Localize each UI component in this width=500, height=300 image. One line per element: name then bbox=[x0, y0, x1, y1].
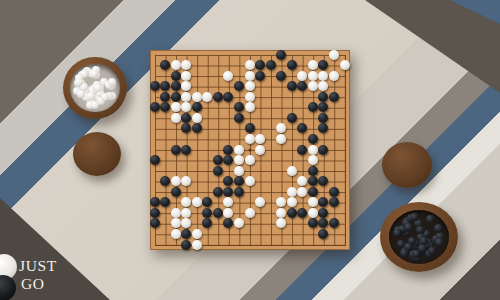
stone-white bbox=[255, 134, 265, 144]
stone-white bbox=[223, 71, 233, 81]
stone-white bbox=[308, 81, 318, 91]
stone-white bbox=[318, 71, 328, 81]
stone-black bbox=[213, 166, 223, 176]
stone-white bbox=[329, 71, 339, 81]
board-grid bbox=[155, 55, 346, 246]
stone-black bbox=[171, 92, 181, 102]
stone-black bbox=[160, 92, 170, 102]
logo-text-just: JUST bbox=[19, 258, 57, 274]
bowl-stone-black bbox=[434, 224, 443, 233]
white-stone-bowl-stones bbox=[70, 64, 120, 112]
bowl-stone-black bbox=[426, 215, 435, 224]
stone-black bbox=[223, 155, 233, 165]
stone-black bbox=[287, 208, 297, 218]
scene: JUST GO bbox=[0, 0, 500, 300]
stone-black bbox=[223, 218, 233, 228]
stone-black bbox=[308, 102, 318, 112]
stone-black bbox=[234, 176, 244, 186]
stone-black bbox=[308, 134, 318, 144]
go-board[interactable] bbox=[150, 50, 350, 250]
stone-black bbox=[318, 208, 328, 218]
stone-white bbox=[202, 92, 212, 102]
stone-black bbox=[297, 145, 307, 155]
stone-black bbox=[234, 102, 244, 112]
stone-white bbox=[192, 113, 202, 123]
stone-white bbox=[171, 113, 181, 123]
stone-black bbox=[160, 60, 170, 70]
stone-white bbox=[171, 60, 181, 70]
stone-white bbox=[245, 208, 255, 218]
stone-black bbox=[308, 187, 318, 197]
bowl-stone-black bbox=[416, 226, 425, 235]
stone-white bbox=[287, 166, 297, 176]
stone-black bbox=[234, 187, 244, 197]
stone-black bbox=[181, 229, 191, 239]
stone-black bbox=[329, 197, 339, 207]
stone-black bbox=[318, 145, 328, 155]
stone-white bbox=[181, 176, 191, 186]
stone-white bbox=[171, 208, 181, 218]
stone-white bbox=[276, 218, 286, 228]
stone-black bbox=[318, 60, 328, 70]
stone-white bbox=[223, 208, 233, 218]
bowl-stone-black bbox=[393, 229, 402, 238]
logo-text-go: GO bbox=[21, 276, 45, 292]
stone-black bbox=[318, 176, 328, 186]
bowl-stone-white bbox=[75, 78, 83, 86]
stone-black bbox=[297, 81, 307, 91]
stone-black bbox=[329, 92, 339, 102]
stone-black bbox=[276, 50, 286, 60]
logo: JUST GO bbox=[0, 248, 90, 300]
stone-black bbox=[308, 166, 318, 176]
bowl-stone-black bbox=[404, 223, 413, 232]
stone-black bbox=[171, 145, 181, 155]
stone-black bbox=[150, 155, 160, 165]
stone-white bbox=[234, 166, 244, 176]
stone-white bbox=[181, 218, 191, 228]
stone-white bbox=[181, 60, 191, 70]
stone-black bbox=[213, 187, 223, 197]
stone-black bbox=[276, 71, 286, 81]
stone-black bbox=[318, 197, 328, 207]
stone-white bbox=[308, 197, 318, 207]
stone-black bbox=[150, 218, 160, 228]
stone-white bbox=[308, 60, 318, 70]
stone-black bbox=[213, 155, 223, 165]
stone-black bbox=[150, 81, 160, 91]
stone-black bbox=[181, 145, 191, 155]
black-stone-bowl bbox=[380, 202, 458, 272]
stone-black bbox=[287, 60, 297, 70]
white-stone-bowl bbox=[63, 57, 127, 119]
stone-black bbox=[266, 60, 276, 70]
stone-white bbox=[192, 240, 202, 250]
stone-white bbox=[287, 187, 297, 197]
stone-black bbox=[160, 176, 170, 186]
stone-black bbox=[202, 208, 212, 218]
bowl-lid-right bbox=[382, 142, 432, 188]
stone-white bbox=[223, 197, 233, 207]
stone-black bbox=[160, 81, 170, 91]
stone-white bbox=[276, 208, 286, 218]
stone-white bbox=[297, 176, 307, 186]
stone-white bbox=[245, 71, 255, 81]
stone-white bbox=[276, 123, 286, 133]
logo-black-stone-icon bbox=[0, 275, 16, 300]
stone-white bbox=[181, 71, 191, 81]
stone-white bbox=[171, 218, 181, 228]
stone-white bbox=[181, 102, 191, 112]
stone-white bbox=[181, 92, 191, 102]
stone-black bbox=[255, 71, 265, 81]
black-stone-bowl-stones bbox=[389, 210, 450, 265]
stone-black bbox=[287, 113, 297, 123]
stone-white bbox=[287, 197, 297, 207]
stone-white bbox=[234, 145, 244, 155]
stone-black bbox=[202, 218, 212, 228]
stone-black bbox=[297, 208, 307, 218]
stone-black bbox=[329, 218, 339, 228]
stone-black bbox=[192, 102, 202, 112]
stone-black bbox=[160, 197, 170, 207]
stone-white bbox=[308, 71, 318, 81]
stone-black bbox=[255, 60, 265, 70]
stone-white bbox=[255, 145, 265, 155]
stone-white bbox=[245, 134, 255, 144]
stone-white bbox=[245, 176, 255, 186]
stone-white bbox=[308, 155, 318, 165]
stone-black bbox=[223, 187, 233, 197]
stone-white bbox=[297, 71, 307, 81]
stone-black bbox=[181, 240, 191, 250]
stone-white bbox=[245, 92, 255, 102]
stone-white bbox=[181, 81, 191, 91]
stone-white bbox=[181, 208, 191, 218]
stone-white bbox=[245, 102, 255, 112]
bowl-stone-white bbox=[108, 78, 116, 86]
bowl-stone-black bbox=[418, 244, 427, 253]
stone-black bbox=[223, 145, 233, 155]
stone-white bbox=[171, 176, 181, 186]
stone-black bbox=[308, 218, 318, 228]
stone-black bbox=[223, 176, 233, 186]
stone-white bbox=[245, 81, 255, 91]
stone-black bbox=[213, 92, 223, 102]
stone-white bbox=[234, 218, 244, 228]
stone-black bbox=[223, 92, 233, 102]
stone-white bbox=[234, 155, 244, 165]
stone-white bbox=[171, 102, 181, 112]
stone-white bbox=[308, 145, 318, 155]
stone-black bbox=[192, 123, 202, 133]
stone-white bbox=[192, 197, 202, 207]
stone-black bbox=[171, 71, 181, 81]
star-point bbox=[248, 148, 251, 151]
stone-white bbox=[340, 60, 350, 70]
stone-black bbox=[234, 81, 244, 91]
stone-white bbox=[245, 155, 255, 165]
stone-white bbox=[297, 187, 307, 197]
stone-white bbox=[192, 92, 202, 102]
stone-white bbox=[245, 60, 255, 70]
stone-black bbox=[171, 81, 181, 91]
stone-white bbox=[255, 197, 265, 207]
stone-black bbox=[245, 123, 255, 133]
stone-white bbox=[192, 229, 202, 239]
stone-black bbox=[329, 187, 339, 197]
stone-black bbox=[318, 113, 328, 123]
stone-black bbox=[318, 123, 328, 133]
stone-black bbox=[318, 102, 328, 112]
stone-black bbox=[202, 197, 212, 207]
stone-black bbox=[318, 92, 328, 102]
stone-black bbox=[160, 102, 170, 112]
stone-black bbox=[318, 218, 328, 228]
stone-white bbox=[276, 197, 286, 207]
stone-black bbox=[308, 176, 318, 186]
stone-black bbox=[150, 102, 160, 112]
stone-white bbox=[318, 81, 328, 91]
bowl-stone-white bbox=[94, 84, 102, 92]
bowl-lid-left bbox=[73, 132, 121, 176]
bowl-stone-black bbox=[400, 249, 409, 258]
stone-black bbox=[213, 208, 223, 218]
bowl-stone-black bbox=[435, 238, 444, 247]
stone-black bbox=[297, 123, 307, 133]
bowl-stone-black bbox=[428, 247, 437, 256]
stone-black bbox=[150, 197, 160, 207]
stone-black bbox=[181, 113, 191, 123]
stone-white bbox=[171, 229, 181, 239]
stone-black bbox=[171, 187, 181, 197]
stone-white bbox=[276, 134, 286, 144]
stone-black bbox=[234, 113, 244, 123]
bowl-stone-black bbox=[410, 213, 419, 222]
stone-white bbox=[308, 208, 318, 218]
stone-white bbox=[181, 197, 191, 207]
stone-black bbox=[181, 123, 191, 133]
stone-black bbox=[287, 81, 297, 91]
stone-black bbox=[150, 208, 160, 218]
stone-white bbox=[329, 50, 339, 60]
stone-black bbox=[318, 229, 328, 239]
